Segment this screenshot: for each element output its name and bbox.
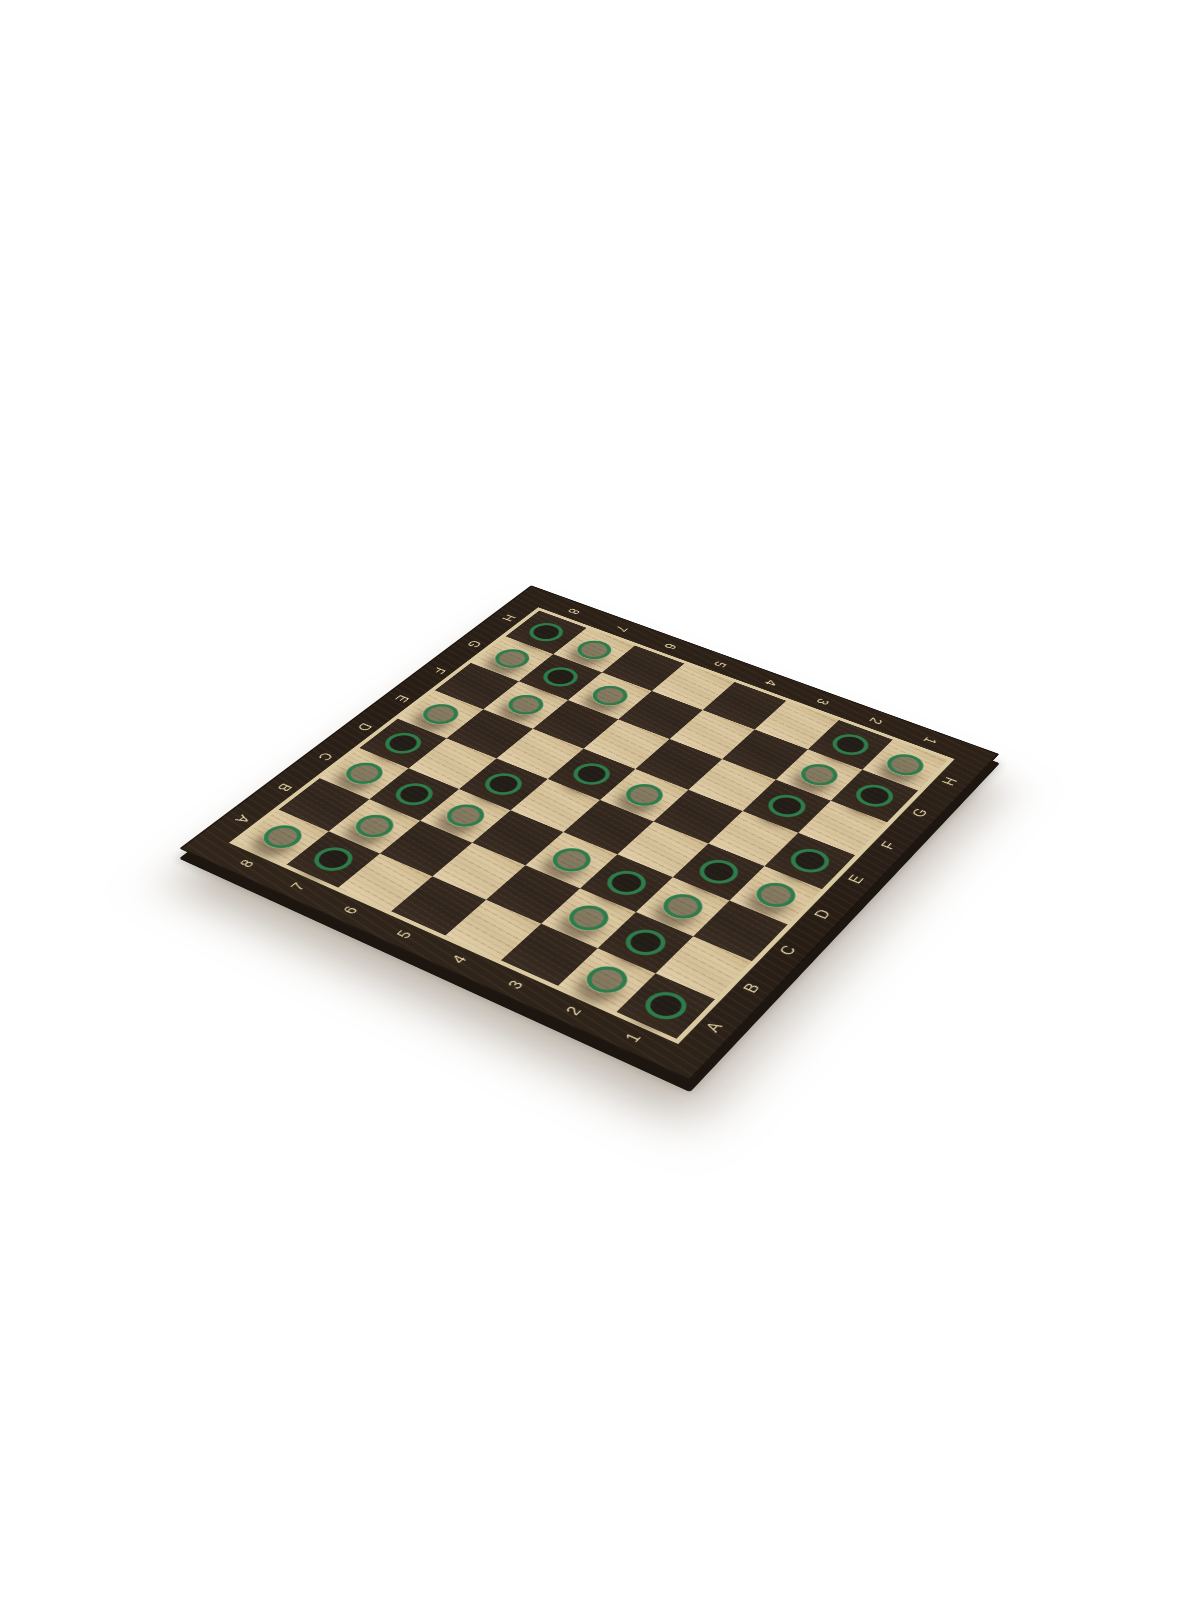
white-rook-icon: ♜ bbox=[615, 881, 717, 1014]
square-a5 bbox=[391, 876, 486, 935]
file-label-d: D bbox=[793, 891, 853, 937]
chessboard: ABCDEFGH ABCDEFGH 87654321 87654321 ♜♞♟♝… bbox=[179, 585, 999, 1081]
file-label-b: B bbox=[721, 964, 784, 1014]
white-queen-icon: ♛ bbox=[724, 768, 828, 905]
square-b5 bbox=[432, 843, 525, 900]
chessboard-scene: ABCDEFGH ABCDEFGH 87654321 87654321 ♜♞♟♝… bbox=[0, 0, 1200, 1600]
page-background: { "game": "chess", "scene": { "descripti… bbox=[0, 0, 1200, 1600]
square-b6 bbox=[380, 821, 472, 877]
black-pawn-icon: ♟ bbox=[297, 771, 369, 866]
square-a6 bbox=[338, 854, 432, 912]
file-label-f: F bbox=[861, 824, 918, 867]
file-label-c: C bbox=[758, 927, 820, 975]
square-a4 bbox=[445, 900, 541, 961]
file-label-a: A bbox=[682, 1002, 747, 1054]
black-knight-icon: ♞ bbox=[420, 705, 511, 824]
file-label-e: E bbox=[827, 857, 885, 901]
